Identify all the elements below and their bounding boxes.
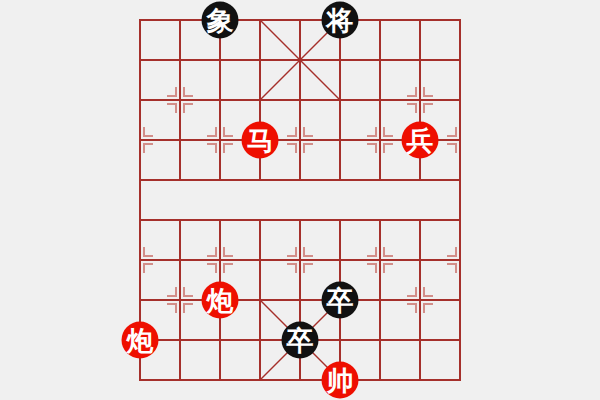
intersection (120, 0, 160, 40)
intersection (400, 320, 440, 360)
intersection (240, 40, 280, 80)
intersection (240, 280, 280, 320)
intersection (120, 360, 160, 400)
board-intersections: 象将马兵炮卒炮卒帅 (120, 0, 480, 400)
intersection (440, 240, 480, 280)
piece-black-soldier-2[interactable]: 卒 (282, 322, 319, 359)
intersection (120, 80, 160, 120)
intersection: 象 (200, 0, 240, 40)
intersection (320, 240, 360, 280)
intersection (200, 200, 240, 240)
intersection (360, 320, 400, 360)
intersection (240, 320, 280, 360)
intersection (120, 120, 160, 160)
intersection (400, 280, 440, 320)
intersection (440, 280, 480, 320)
intersection (360, 80, 400, 120)
intersection (440, 40, 480, 80)
intersection (440, 320, 480, 360)
intersection (280, 40, 320, 80)
piece-red-soldier[interactable]: 兵 (402, 122, 439, 159)
intersection (240, 360, 280, 400)
piece-red-general[interactable]: 帅 (322, 362, 359, 399)
intersection (160, 160, 200, 200)
intersection (200, 40, 240, 80)
intersection (400, 80, 440, 120)
intersection (240, 80, 280, 120)
intersection (440, 80, 480, 120)
intersection (360, 120, 400, 160)
piece-red-cannon-2[interactable]: 炮 (122, 322, 159, 359)
intersection (280, 160, 320, 200)
intersection: 卒 (280, 320, 320, 360)
intersection: 炮 (120, 320, 160, 360)
intersection (400, 40, 440, 80)
intersection (360, 0, 400, 40)
intersection (280, 240, 320, 280)
intersection (440, 200, 480, 240)
intersection (400, 0, 440, 40)
intersection (360, 280, 400, 320)
piece-red-horse[interactable]: 马 (242, 122, 279, 159)
intersection: 兵 (400, 120, 440, 160)
intersection (120, 40, 160, 80)
intersection (280, 120, 320, 160)
intersection (280, 360, 320, 400)
intersection (320, 320, 360, 360)
intersection: 帅 (320, 360, 360, 400)
intersection (280, 0, 320, 40)
intersection (240, 0, 280, 40)
intersection (440, 0, 480, 40)
intersection (160, 360, 200, 400)
intersection (360, 160, 400, 200)
piece-black-elephant[interactable]: 象 (202, 2, 239, 39)
intersection (200, 120, 240, 160)
intersection (320, 40, 360, 80)
piece-red-cannon-1[interactable]: 炮 (202, 282, 239, 319)
intersection (400, 200, 440, 240)
intersection (440, 160, 480, 200)
intersection (200, 360, 240, 400)
intersection (160, 120, 200, 160)
intersection (400, 160, 440, 200)
intersection (120, 280, 160, 320)
intersection: 卒 (320, 280, 360, 320)
intersection (360, 200, 400, 240)
intersection (120, 200, 160, 240)
intersection: 马 (240, 120, 280, 160)
piece-black-general[interactable]: 将 (322, 2, 359, 39)
intersection (200, 320, 240, 360)
intersection (160, 0, 200, 40)
intersection (360, 240, 400, 280)
intersection (360, 40, 400, 80)
intersection (440, 120, 480, 160)
intersection (440, 360, 480, 400)
intersection (120, 160, 160, 200)
intersection (160, 40, 200, 80)
intersection (320, 80, 360, 120)
intersection: 将 (320, 0, 360, 40)
intersection (160, 320, 200, 360)
intersection (320, 120, 360, 160)
intersection (320, 200, 360, 240)
intersection (280, 200, 320, 240)
intersection (280, 80, 320, 120)
intersection (360, 360, 400, 400)
intersection (400, 360, 440, 400)
intersection (200, 160, 240, 200)
intersection (160, 200, 200, 240)
intersection (240, 160, 280, 200)
piece-black-soldier-1[interactable]: 卒 (322, 282, 359, 319)
intersection (240, 240, 280, 280)
intersection (320, 160, 360, 200)
intersection: 炮 (200, 280, 240, 320)
intersection (280, 280, 320, 320)
xiangqi-board: 象将马兵炮卒炮卒帅 (0, 0, 600, 400)
intersection (240, 200, 280, 240)
intersection (120, 240, 160, 280)
intersection (160, 280, 200, 320)
intersection (160, 240, 200, 280)
intersection (200, 80, 240, 120)
intersection (160, 80, 200, 120)
intersection (400, 240, 440, 280)
intersection (200, 240, 240, 280)
